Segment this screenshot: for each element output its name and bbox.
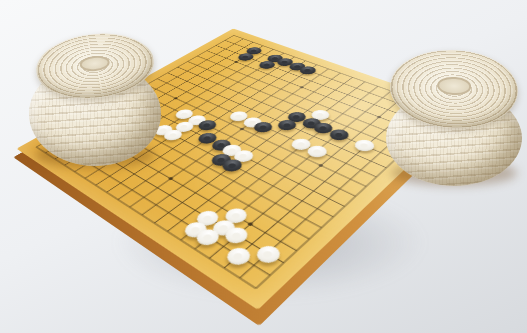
- right-stone-bowl[interactable]: [384, 50, 524, 186]
- left-stone-bowl[interactable]: [28, 34, 162, 168]
- go-scene: ●●●●●●●●●●●●●●●●●●●●●●●●●●●●●●●●●●●●●●●: [0, 0, 527, 333]
